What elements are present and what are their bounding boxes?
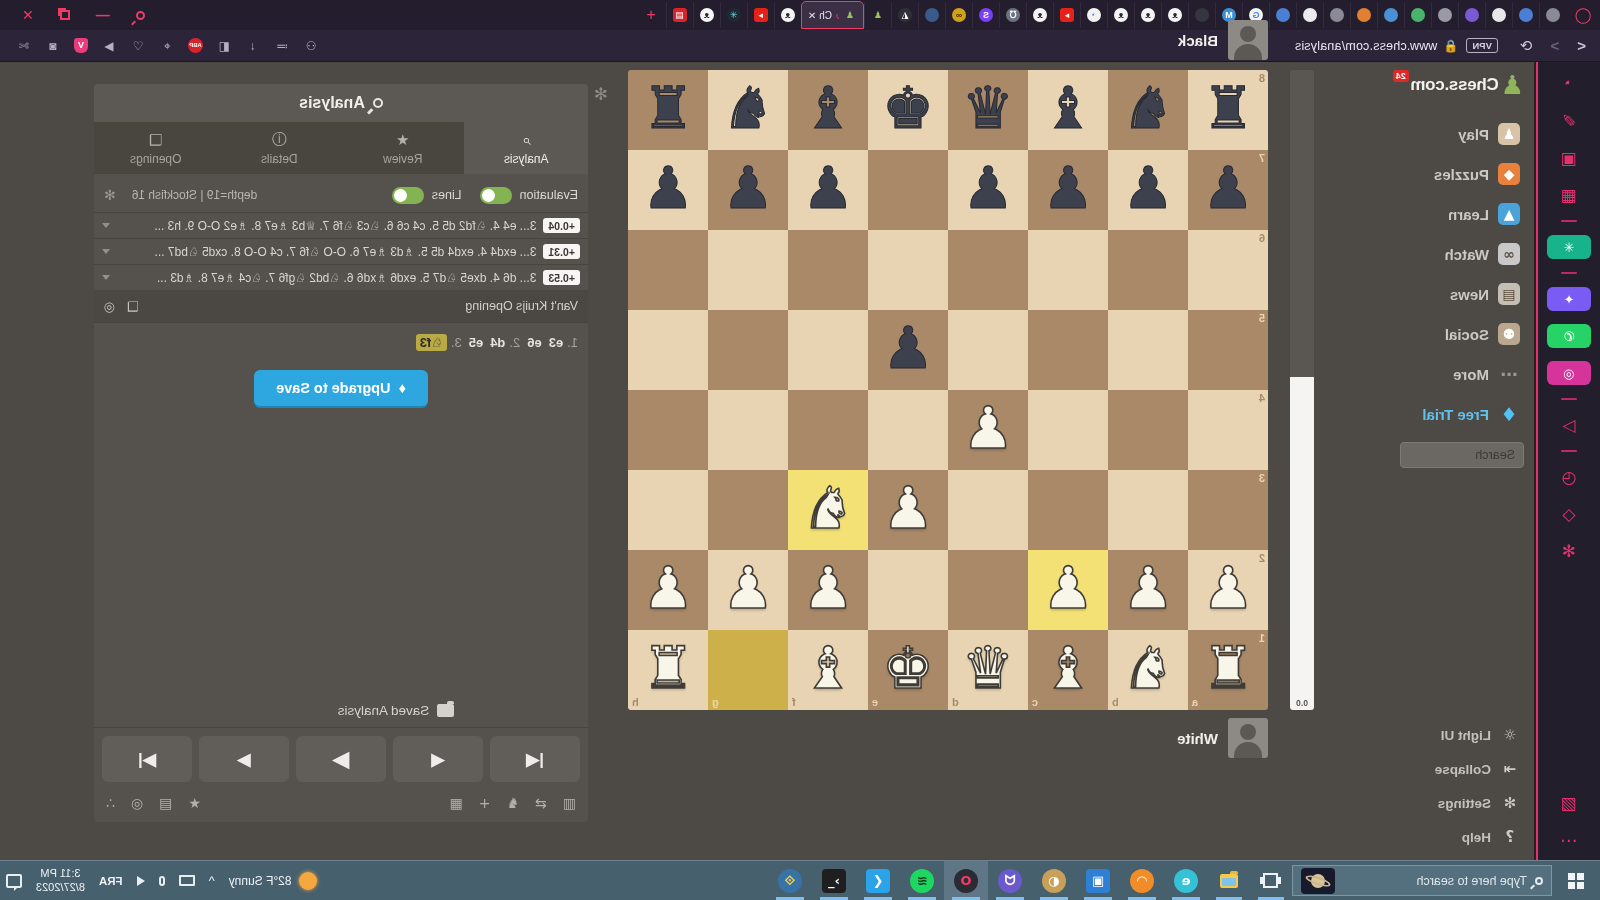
browser-tab[interactable]: S xyxy=(972,2,999,28)
lines-toggle[interactable] xyxy=(392,187,424,204)
instagram-icon[interactable]: ◎ xyxy=(1547,361,1591,385)
eval-badge: +0.31 xyxy=(543,244,580,259)
black-pawn[interactable]: ♟ xyxy=(1028,150,1108,230)
tab-favicon: ᴥ xyxy=(1033,8,1047,22)
white-pawn[interactable]: ♟ xyxy=(788,550,868,630)
white-king[interactable]: ♚ xyxy=(868,630,948,710)
square-h7[interactable]: ♟ xyxy=(628,150,708,230)
sidebar-item-collapse[interactable]: ⇥Collapse xyxy=(1384,752,1524,786)
browser-tab[interactable] xyxy=(918,2,945,28)
taskbar-app-python[interactable]: ⟐ xyxy=(768,861,812,900)
line-moves: 3... exd4 4. exd4 d5 5. ♗d3 ♗e7 6. O-O ♘… xyxy=(117,245,536,259)
sidebar-item-label: Watch xyxy=(1445,246,1489,263)
tray-expand-chevron[interactable]: ^ xyxy=(209,873,215,888)
square-d8[interactable]: ♛ xyxy=(948,70,1028,150)
square-e2[interactable] xyxy=(868,550,948,630)
history-icon[interactable]: ◷ xyxy=(1557,465,1581,489)
square-d1[interactable]: d♛ xyxy=(948,630,1028,710)
evaluation-bar-white xyxy=(1290,377,1314,710)
gx-corner-icon[interactable]: ◔ xyxy=(1557,72,1581,96)
move[interactable]: d4 xyxy=(490,335,505,350)
browser-tab[interactable]: ∞ xyxy=(945,2,972,28)
sliders-icon[interactable]: ≔ xyxy=(274,39,290,53)
square-e1[interactable]: e♚ xyxy=(868,630,948,710)
browser-tab[interactable] xyxy=(1404,2,1431,28)
review-tab-icon: ★ xyxy=(396,131,409,149)
taskbar-search-input[interactable] xyxy=(1343,874,1527,888)
divider xyxy=(1561,272,1577,274)
white-pawn[interactable]: ♟ xyxy=(628,550,708,630)
square-h8[interactable]: ♜ xyxy=(628,70,708,150)
taskbar-app-firefox[interactable]: ◠ xyxy=(1120,861,1164,900)
square-e6[interactable] xyxy=(868,230,948,310)
square-f6[interactable] xyxy=(788,230,868,310)
camera-icon[interactable]: ◙ xyxy=(45,39,61,53)
chart-icon[interactable]: ▥ xyxy=(563,795,576,811)
target-icon[interactable]: ◎ xyxy=(131,795,143,811)
opera-gx-menu-icon[interactable]: ◯ xyxy=(1566,0,1600,30)
sidebar-item-help[interactable]: ?Help xyxy=(1384,820,1524,854)
sidebar-item-play[interactable]: ♟Play xyxy=(1384,114,1524,154)
sidebar-item-settings[interactable]: ✻Settings xyxy=(1384,786,1524,820)
black-knight[interactable]: ♞ xyxy=(1108,70,1188,150)
browser-tab[interactable]: ▸ xyxy=(747,2,774,28)
black-pawn[interactable]: ♟ xyxy=(868,310,948,390)
sidebar-item-label: Light UI xyxy=(1441,728,1491,743)
wishlist-heart-icon[interactable]: ♡ xyxy=(130,39,146,53)
move[interactable]: e3 xyxy=(549,335,563,350)
wallpaper-icon[interactable]: ▨ xyxy=(1557,791,1581,815)
book-icon[interactable]: ❏ xyxy=(127,299,139,314)
browser-tab[interactable]: ▸ xyxy=(1053,2,1080,28)
square-c8[interactable]: ♝ xyxy=(1028,70,1108,150)
taskbar-app-discord[interactable]: ᗢ xyxy=(988,861,1032,900)
white-pawn[interactable]: ♟ xyxy=(1108,550,1188,630)
square-a8[interactable]: 8♜ xyxy=(1188,70,1268,150)
move-number: 1. xyxy=(567,335,578,350)
engine-toggles-row: Evaluation Lines depth=19 | Stockfish 16… xyxy=(94,178,588,212)
square-d2[interactable] xyxy=(948,550,1028,630)
square-g5[interactable] xyxy=(708,310,788,390)
bug-icon[interactable]: ⌖ xyxy=(159,39,175,53)
sidebar-item-learn[interactable]: ▲Learn xyxy=(1384,194,1524,234)
taskbar-app-vscode[interactable]: ❮ xyxy=(856,861,900,900)
opening-name[interactable]: Van't Kruijs Opening xyxy=(465,299,578,313)
browser-tab[interactable]: ✳ xyxy=(720,2,747,28)
white-rook[interactable]: ♜ xyxy=(1188,630,1268,710)
square-e4[interactable] xyxy=(868,390,948,470)
sidebar-item-label: Learn xyxy=(1448,206,1489,223)
minimize-button[interactable]: — xyxy=(96,7,110,23)
chatgpt-icon[interactable]: ✳ xyxy=(1547,235,1591,259)
gx-cleaner-icon[interactable]: ✐ xyxy=(1557,109,1581,133)
tab-favicon: ◔ xyxy=(1087,8,1101,22)
square-b4[interactable] xyxy=(1108,390,1188,470)
browser-tab[interactable] xyxy=(1296,2,1323,28)
social-icon: ⚉ xyxy=(1498,323,1520,345)
tab-label: Review xyxy=(383,152,422,166)
favorite-icon[interactable]: ★ xyxy=(188,795,201,811)
square-a4[interactable]: 4 xyxy=(1188,390,1268,470)
square-c3[interactable] xyxy=(1028,470,1108,550)
library-icon[interactable]: ▤ xyxy=(159,795,172,811)
white-pawn[interactable]: ♟ xyxy=(948,390,1028,470)
game-report-icon[interactable]: ▦ xyxy=(450,795,463,811)
tab-label: Analysis xyxy=(504,152,549,166)
gx-control-icon[interactable]: ▦ xyxy=(1557,183,1581,207)
square-c4[interactable] xyxy=(1028,390,1108,470)
square-d6[interactable] xyxy=(948,230,1028,310)
more-dots-icon[interactable]: ⋯ xyxy=(1557,828,1581,852)
chevron-down-icon[interactable] xyxy=(102,249,110,254)
download-icon[interactable]: ↓ xyxy=(245,39,261,53)
black-pawn[interactable]: ♟ xyxy=(628,150,708,230)
sidebar-item-news[interactable]: ▤News xyxy=(1384,274,1524,314)
square-g3[interactable] xyxy=(708,470,788,550)
square-a7[interactable]: 7♟ xyxy=(1188,150,1268,230)
opera-gx-sidebar: ◔✐▣▦✳✦✆◎▷◷◇✻▨⋯ xyxy=(1536,62,1600,860)
tab-favicon xyxy=(925,8,939,22)
square-h3[interactable] xyxy=(628,470,708,550)
search-highlight-saturn-icon[interactable] xyxy=(1301,868,1335,894)
square-g4[interactable] xyxy=(708,390,788,470)
square-f2[interactable]: ♟ xyxy=(788,550,868,630)
white-knight[interactable]: ♞ xyxy=(788,470,868,550)
firefox-icon: ◠ xyxy=(1130,869,1154,893)
taskbar-app-store[interactable]: ▣ xyxy=(1076,861,1120,900)
file-label: g xyxy=(712,696,719,708)
tab-audio-icon[interactable]: ♪ xyxy=(835,10,840,21)
square-f1[interactable]: f♝ xyxy=(788,630,868,710)
square-f7[interactable]: ♟ xyxy=(788,150,868,230)
tab-favicon: ᴥ xyxy=(781,8,795,22)
discord-icon: ᗢ xyxy=(998,869,1022,893)
browser-tab[interactable] xyxy=(1269,2,1296,28)
square-d4[interactable]: ♟ xyxy=(948,390,1028,470)
square-a2[interactable]: 2♟ xyxy=(1188,550,1268,630)
browser-tab[interactable] xyxy=(1539,2,1566,28)
player-icon[interactable]: ▷ xyxy=(1557,413,1581,437)
evaluation-value: 0.0 xyxy=(1290,698,1314,708)
adblock-badge[interactable]: ABP xyxy=(188,38,203,53)
square-g6[interactable] xyxy=(708,230,788,310)
flip-board-icon[interactable]: ⇄ xyxy=(535,795,547,811)
browser-tab[interactable]: ◔ xyxy=(1080,2,1107,28)
whatsapp-icon[interactable]: ✆ xyxy=(1547,324,1591,348)
extensions-box-icon[interactable]: ◇ xyxy=(1557,502,1581,526)
square-a6[interactable]: 6 xyxy=(1188,230,1268,310)
taskbar-app-clock-app[interactable]: ◐ xyxy=(1032,861,1076,900)
browser-tab[interactable]: ᘮ xyxy=(999,2,1026,28)
url-field[interactable]: www.chess.com/analysis xyxy=(1295,39,1438,53)
snapshot-icon[interactable]: ✄ xyxy=(16,39,32,53)
twitch-icon[interactable]: ▣ xyxy=(1557,146,1581,170)
chevron-down-icon[interactable] xyxy=(102,275,110,280)
square-d3[interactable] xyxy=(948,470,1028,550)
next-move-button[interactable]: ▶ xyxy=(199,736,289,782)
black-king[interactable]: ♚ xyxy=(868,70,948,150)
black-pawn[interactable]: ♟ xyxy=(788,150,868,230)
upgrade-to-save-button[interactable]: ♦ Upgrade to Save xyxy=(254,370,428,406)
square-c2[interactable]: ♟ xyxy=(1028,550,1108,630)
board-settings-gear-icon[interactable]: ✻ xyxy=(594,84,608,105)
edge-icon: e xyxy=(1174,869,1198,893)
square-e3[interactable]: ♟ xyxy=(868,470,948,550)
black-queen[interactable]: ♛ xyxy=(948,70,1028,150)
square-h5[interactable] xyxy=(628,310,708,390)
chevron-down-icon[interactable] xyxy=(102,223,110,228)
back-button[interactable]: < xyxy=(1577,37,1586,54)
rank-label: 3 xyxy=(1259,472,1265,484)
square-f5[interactable] xyxy=(788,310,868,390)
engine-line-3[interactable]: +0.533... d6 4. dxe5 ♘d7 5. exd6 ♗xd6 6.… xyxy=(94,264,588,290)
tab-openings[interactable]: ❏Openings xyxy=(94,122,218,174)
tab-favicon xyxy=(1411,8,1425,22)
extension-icon[interactable]: ◧ xyxy=(216,39,232,53)
speaker-icon[interactable] xyxy=(137,876,145,886)
tab-close-icon[interactable]: ✕ xyxy=(808,10,816,21)
chess-board[interactable]: 8♜♞♝♛♚♝♞♜7♟♟♟♟♟♟♟65♟4♟3♟♞2♟♟♟♟♟♟1a♜b♞c♝d… xyxy=(628,70,1268,710)
terminal-icon: ›_ xyxy=(822,869,846,893)
taskbar-app-spotify[interactable]: ≋ xyxy=(900,861,944,900)
divider xyxy=(1561,398,1577,400)
black-bishop[interactable]: ♝ xyxy=(788,70,868,150)
vpn-badge[interactable]: VPN xyxy=(1466,38,1498,53)
help-icon: ? xyxy=(1500,827,1520,847)
start-button[interactable] xyxy=(1552,861,1600,900)
square-e7[interactable] xyxy=(868,150,948,230)
browser-tabstrip: ◯ GMᴥᴥᴥ◔▸ᴥᘮS∞◭♟♟♪Ch✕ᴥ▸✳ᴥ▤ + — ✕ xyxy=(0,0,1600,30)
taskbar-search[interactable] xyxy=(1292,865,1552,896)
sidebar-item-label: Puzzles xyxy=(1434,166,1489,183)
search-icon xyxy=(1535,877,1543,885)
square-g8[interactable]: ♞ xyxy=(708,70,788,150)
analysis-magnifier-icon xyxy=(373,98,383,108)
square-d5[interactable] xyxy=(948,310,1028,390)
black-pawn[interactable]: ♟ xyxy=(948,150,1028,230)
analysis-panel: Analysis ⌕Analysis★ReviewⓘDetails❏Openin… xyxy=(94,84,588,822)
black-pawn[interactable]: ♟ xyxy=(1188,150,1268,230)
square-f8[interactable]: ♝ xyxy=(788,70,868,150)
sidebar-item-free-trial[interactable]: ♦Free Trial xyxy=(1384,394,1524,434)
white-pawn[interactable]: ♟ xyxy=(1188,550,1268,630)
puzzles-icon: ◆ xyxy=(1498,163,1520,185)
white-bishop[interactable]: ♝ xyxy=(1028,630,1108,710)
black-rook[interactable]: ♜ xyxy=(628,70,708,150)
white-rook[interactable]: ♜ xyxy=(628,630,708,710)
square-e8[interactable]: ♚ xyxy=(868,70,948,150)
white-bishop[interactable]: ♝ xyxy=(788,630,868,710)
settings-gear-icon[interactable]: ✻ xyxy=(1557,539,1581,563)
square-c1[interactable]: c♝ xyxy=(1028,630,1108,710)
black-avatar[interactable] xyxy=(1228,20,1268,60)
add-icon[interactable]: + xyxy=(479,795,491,811)
browser-tab[interactable] xyxy=(1512,2,1539,28)
tab-label: Openings xyxy=(130,152,181,166)
close-button[interactable]: ✕ xyxy=(22,7,34,23)
clock[interactable]: 3:11 PM 8/27/2023 xyxy=(36,867,85,895)
autoplay-button[interactable]: ▶ xyxy=(296,736,386,782)
taskbar-app-opera-gx[interactable]: O xyxy=(944,861,988,900)
browser-tab[interactable]: ᴥ xyxy=(1107,2,1134,28)
spotify-icon: ≋ xyxy=(910,869,934,893)
white-knight[interactable]: ♞ xyxy=(1108,630,1188,710)
sidebar-item-light-ui[interactable]: ☼Light UI xyxy=(1384,718,1524,752)
tab-details[interactable]: ⓘDetails xyxy=(218,122,342,174)
browser-tab-active[interactable]: ♟♪Ch✕ xyxy=(801,1,864,29)
sidebar-item-puzzles[interactable]: ◆Puzzles xyxy=(1384,154,1524,194)
square-h6[interactable] xyxy=(628,230,708,310)
messenger-icon[interactable]: ✦ xyxy=(1547,287,1591,311)
square-h1[interactable]: h♜ xyxy=(628,630,708,710)
sidebar-item-watch[interactable]: ∞Watch xyxy=(1384,234,1524,274)
sidebar-item-more[interactable]: ⋯More xyxy=(1384,354,1524,394)
square-b8[interactable]: ♞ xyxy=(1108,70,1188,150)
square-g2[interactable]: ♟ xyxy=(708,550,788,630)
new-tab-button[interactable]: + xyxy=(636,6,665,24)
tab-label: Ch xyxy=(819,10,832,21)
square-c7[interactable]: ♟ xyxy=(1028,150,1108,230)
square-g7[interactable]: ♟ xyxy=(708,150,788,230)
send-icon[interactable]: ▶ xyxy=(101,39,117,53)
browser-tab[interactable]: ᴥ xyxy=(774,2,801,28)
black-bishop[interactable]: ♝ xyxy=(1028,70,1108,150)
tab-favicon: ᴥ xyxy=(700,8,714,22)
browser-tab[interactable]: ᴥ xyxy=(1026,2,1053,28)
square-b5[interactable] xyxy=(1108,310,1188,390)
lock-icon[interactable]: 🔒 xyxy=(1443,39,1458,53)
weather-widget[interactable]: 82°F Sunny xyxy=(229,872,317,890)
move-number: 3. xyxy=(451,335,462,350)
white-avatar[interactable] xyxy=(1228,718,1268,758)
square-h4[interactable] xyxy=(628,390,708,470)
engine-line-1[interactable]: +0.043... e4 4. ♘fd2 d5 5. c4 c6 6. ♘c3 … xyxy=(94,212,588,238)
browser-tab[interactable]: ᴥ xyxy=(1134,2,1161,28)
white-pawn[interactable]: ♟ xyxy=(708,550,788,630)
news-icon: ▤ xyxy=(1498,283,1520,305)
browser-tab[interactable]: ᴥ xyxy=(693,2,720,28)
square-b2[interactable]: ♟ xyxy=(1108,550,1188,630)
play-icon: ♟ xyxy=(1498,123,1520,145)
search-input[interactable] xyxy=(1400,442,1524,468)
white-pawn[interactable]: ♟ xyxy=(1028,550,1108,630)
sidebar-item-label: News xyxy=(1450,286,1489,303)
task-view-button[interactable] xyxy=(1250,861,1292,900)
browser-tab[interactable] xyxy=(1458,2,1485,28)
square-g1[interactable]: g xyxy=(708,630,788,710)
browser-tab[interactable] xyxy=(1350,2,1377,28)
tab-favicon: ∞ xyxy=(952,8,966,22)
browser-tab[interactable] xyxy=(1377,2,1404,28)
square-b1[interactable]: b♞ xyxy=(1108,630,1188,710)
line-moves: 3... e4 4. ♘fd2 d5 5. c4 c6 6. ♘c3 ♘f6 7… xyxy=(117,219,536,233)
white-queen[interactable]: ♛ xyxy=(948,630,1028,710)
tab-favicon xyxy=(1357,8,1371,22)
sidebar-item-label: Social xyxy=(1445,326,1489,343)
vscode-icon: ❮ xyxy=(866,869,890,893)
black-pawn[interactable]: ♟ xyxy=(708,150,788,230)
engine-settings-gear-icon[interactable]: ✻ xyxy=(104,187,116,203)
square-f3[interactable]: ♞ xyxy=(788,470,868,550)
square-a3[interactable]: 3 xyxy=(1188,470,1268,550)
vpn-shield-icon[interactable]: V xyxy=(74,38,88,53)
move[interactable]: e6 xyxy=(527,335,541,350)
white-pawn[interactable]: ♟ xyxy=(868,470,948,550)
square-d7[interactable]: ♟ xyxy=(948,150,1028,230)
black-knight[interactable]: ♞ xyxy=(708,70,788,150)
reload-button[interactable]: ⟳ xyxy=(1520,37,1533,55)
action-center-icon[interactable] xyxy=(6,874,22,888)
display-icon[interactable] xyxy=(179,875,195,886)
explorer-icon[interactable]: ◎ xyxy=(104,299,115,314)
tab-favicon xyxy=(1438,8,1452,22)
move-list[interactable]: 1.e3e62.d4e53.♘f3 xyxy=(94,322,588,362)
tab-favicon xyxy=(1519,8,1533,22)
last-move-button[interactable]: ▶| xyxy=(102,736,192,782)
restore-button[interactable] xyxy=(60,10,70,20)
square-b7[interactable]: ♟ xyxy=(1108,150,1188,230)
square-f4[interactable] xyxy=(788,390,868,470)
sidebar-item-social[interactable]: ⚉Social xyxy=(1384,314,1524,354)
move-current[interactable]: ♘f3 xyxy=(416,334,447,351)
square-c5[interactable] xyxy=(1028,310,1108,390)
browser-tab[interactable] xyxy=(1485,2,1512,28)
prev-move-button[interactable]: ◀ xyxy=(393,736,483,782)
evaluation-toggle[interactable] xyxy=(480,187,512,204)
engine-line-2[interactable]: +0.313... exd4 4. exd4 d5 5. ♗d3 ♗e7 6. … xyxy=(94,238,588,264)
tab-analysis[interactable]: ⌕Analysis xyxy=(465,122,589,174)
chesscom-logo[interactable]: ♟ Chess.com 24 xyxy=(1384,70,1524,100)
square-c6[interactable] xyxy=(1028,230,1108,310)
taskbar-app-edge[interactable]: e xyxy=(1164,861,1208,900)
taskbar-app-terminal[interactable]: ›_ xyxy=(812,861,856,900)
profile-icon[interactable]: ⚇ xyxy=(303,39,319,53)
share-icon[interactable]: ∴ xyxy=(106,795,115,811)
saved-analysis[interactable]: Saved Analysis xyxy=(149,693,588,727)
black-pawn[interactable]: ♟ xyxy=(1108,150,1188,230)
move[interactable]: e5 xyxy=(469,335,483,350)
browser-tab[interactable] xyxy=(1431,2,1458,28)
first-move-button[interactable]: |◀ xyxy=(490,736,580,782)
browser-tab[interactable]: ▤ xyxy=(666,2,693,28)
store-icon: ▣ xyxy=(1086,869,1110,893)
language-indicator[interactable]: FRA xyxy=(99,875,123,887)
black-rook[interactable]: ♜ xyxy=(1188,70,1268,150)
tab-favicon xyxy=(1303,8,1317,22)
square-b6[interactable] xyxy=(1108,230,1188,310)
square-a5[interactable]: 5 xyxy=(1188,310,1268,390)
settings-icon: ✻ xyxy=(1500,793,1520,813)
tab-favicon: S xyxy=(979,8,993,22)
tab-favicon xyxy=(1546,8,1560,22)
file-explorer-button[interactable] xyxy=(1208,861,1250,900)
practice-icon[interactable]: ♞ xyxy=(506,795,519,811)
browser-tab[interactable]: ♟ xyxy=(864,2,891,28)
browser-tab[interactable]: ◭ xyxy=(891,2,918,28)
player-bottom: White xyxy=(1177,718,1268,758)
forward-button[interactable]: > xyxy=(1550,37,1559,54)
microphone-icon[interactable] xyxy=(159,876,165,886)
tab-search-icon[interactable] xyxy=(136,11,145,20)
square-h2[interactable]: ♟ xyxy=(628,550,708,630)
square-e5[interactable]: ♟ xyxy=(868,310,948,390)
windows-logo-icon xyxy=(1568,873,1584,889)
browser-tab[interactable] xyxy=(1323,2,1350,28)
tab-review[interactable]: ★Review xyxy=(341,122,465,174)
tab-label: Details xyxy=(261,152,298,166)
square-b3[interactable] xyxy=(1108,470,1188,550)
square-a1[interactable]: 1a♜ xyxy=(1188,630,1268,710)
